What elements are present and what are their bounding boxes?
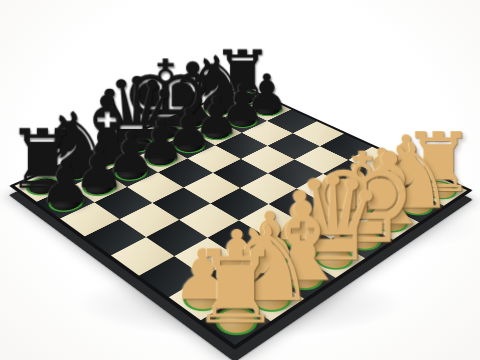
- pieces-layer: ♜♞♟♝♟♚♟♛♟♝♟♞♟♟♜♟♟♜♟♟♞♟♝♟♚♟♛♟♝♟♞♜: [15, 88, 467, 345]
- chess-board: ♜♞♟♝♟♚♟♛♟♝♟♞♟♟♜♟♟♜♟♟♞♟♝♟♚♟♛♟♝♟♞♜: [9, 86, 473, 351]
- scene: ♜♞♟♝♟♚♟♛♟♝♟♞♟♟♜♟♟♜♟♟♞♟♝♟♚♟♛♟♝♟♞♜: [0, 0, 480, 360]
- photo-stage: ♜♞♟♝♟♚♟♛♟♝♟♞♟♟♜♟♟♜♟♟♞♟♝♟♚♟♛♟♝♟♞♜: [0, 0, 480, 360]
- white-rook-a1: ♜: [201, 298, 271, 345]
- white-rook-icon: ♜: [149, 240, 322, 336]
- black-pawn-a7: ♟: [37, 186, 95, 218]
- black-pawn-icon: ♟: [0, 154, 137, 210]
